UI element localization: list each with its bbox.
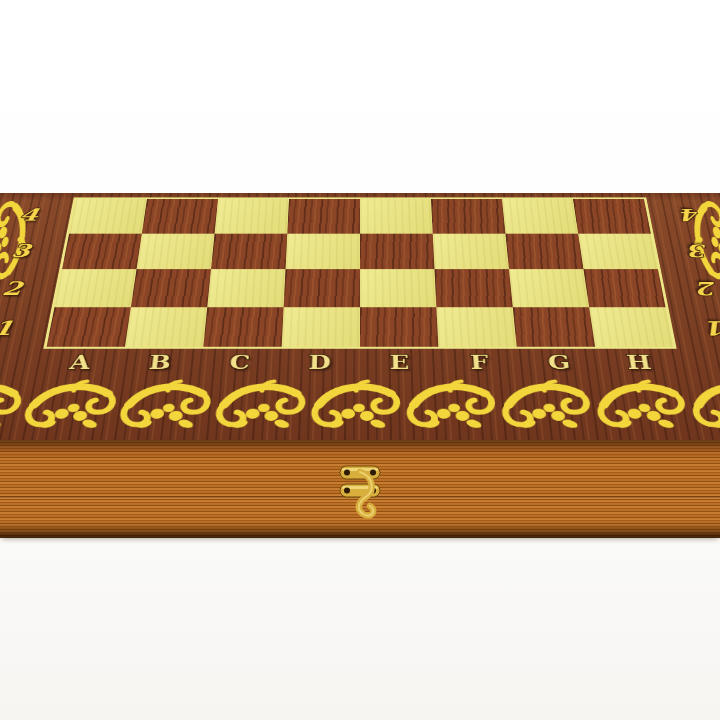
rank-label-3: 3 [0, 232, 67, 269]
square-h4 [573, 199, 651, 233]
rank-label-3-right: 3 [653, 232, 720, 269]
square-h3 [578, 233, 658, 269]
square-c1 [203, 307, 283, 347]
file-label-f: F [439, 350, 521, 374]
folding-chess-box: 4 3 2 1 4 3 2 1 [0, 0, 720, 720]
gold-scroll-ornament-band [0, 376, 720, 440]
square-f3 [433, 233, 509, 269]
file-label-d: D [280, 350, 360, 374]
chessboard-half-grid [43, 197, 676, 348]
file-label-g: G [518, 350, 601, 374]
square-a4 [69, 199, 147, 233]
rank-label-4: 4 [0, 197, 74, 232]
square-g3 [505, 233, 583, 269]
square-a2 [55, 269, 137, 307]
square-f4 [431, 199, 505, 233]
file-label-a: A [38, 350, 122, 374]
square-a3 [62, 233, 142, 269]
square-b3 [137, 233, 215, 269]
square-c2 [207, 269, 285, 307]
rank-label-2: 2 [0, 269, 59, 308]
file-label-e: E [360, 350, 440, 374]
box-front-face [0, 440, 720, 538]
file-label-c: C [199, 350, 281, 374]
board-top-surface: 4 3 2 1 4 3 2 1 [0, 193, 720, 440]
brass-latch-icon [330, 464, 390, 532]
square-h1 [589, 307, 673, 347]
square-e1 [360, 307, 438, 347]
file-label-b: B [119, 350, 202, 374]
square-f1 [436, 307, 516, 347]
square-e2 [360, 269, 436, 307]
rank-label-1-right: 1 [668, 308, 720, 349]
square-d4 [287, 199, 360, 233]
square-g4 [502, 199, 578, 233]
product-photo-stage: 4 3 2 1 4 3 2 1 [0, 0, 720, 720]
file-labels: A B C D E F G H [38, 350, 682, 374]
square-e3 [360, 233, 434, 269]
square-c3 [211, 233, 287, 269]
square-d2 [284, 269, 360, 307]
square-h2 [583, 269, 665, 307]
square-g1 [513, 307, 595, 347]
square-c4 [215, 199, 289, 233]
square-b4 [142, 199, 218, 233]
square-g2 [509, 269, 589, 307]
square-a1 [47, 307, 131, 347]
square-d1 [282, 307, 360, 347]
square-b1 [125, 307, 207, 347]
square-e4 [360, 199, 433, 233]
file-label-h: H [598, 350, 682, 374]
square-b2 [131, 269, 211, 307]
rank-label-4-right: 4 [646, 197, 720, 232]
square-d3 [286, 233, 360, 269]
square-f2 [434, 269, 512, 307]
rank-label-2-right: 2 [661, 269, 720, 308]
